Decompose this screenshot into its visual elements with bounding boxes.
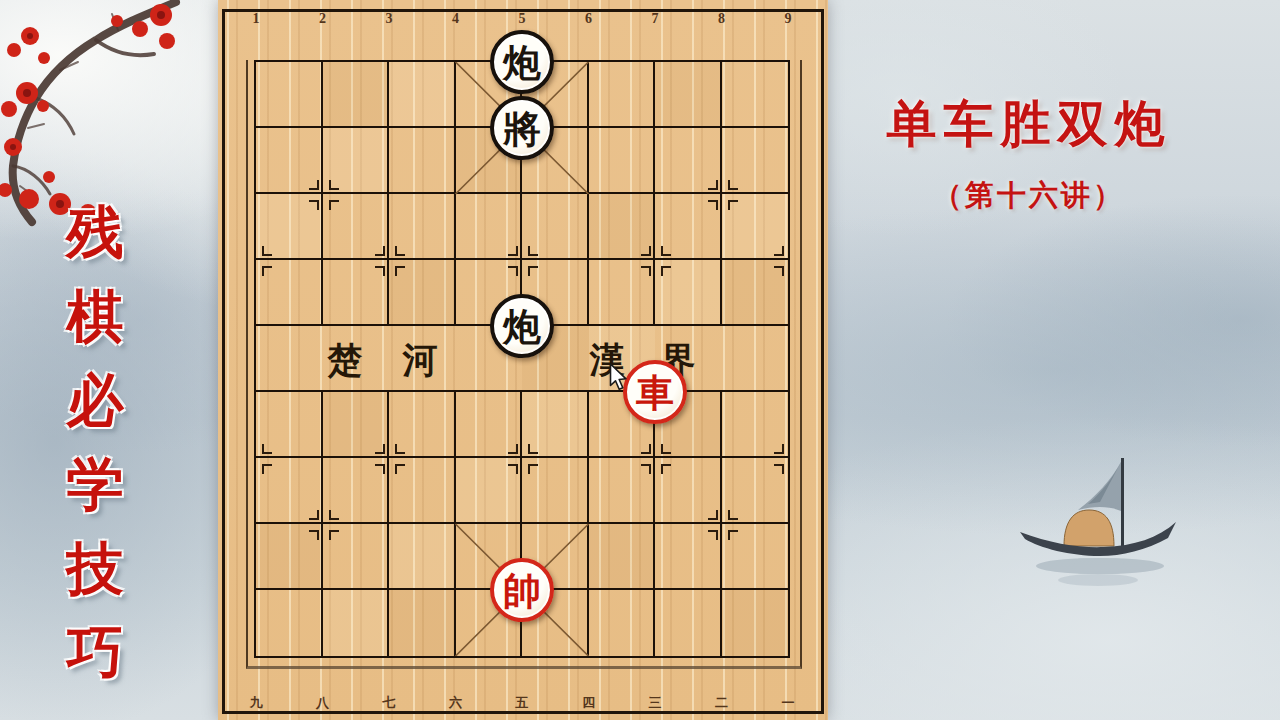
black-cannon[interactable]: 炮 [490,294,554,358]
point-marker [375,444,385,454]
series-title-char: 技 [64,540,126,597]
file-label-top: 6 [579,11,599,27]
point-marker [375,464,385,474]
point-marker [329,510,339,520]
point-marker [309,510,319,520]
xiangqi-board: 楚 河 漢 界 123456789九八七六五四三二一炮將炮車帥 [218,0,828,720]
point-marker [309,180,319,190]
river-label: 楚 [323,339,367,383]
series-title-vertical: 残 棋 必 学 技 巧 [64,204,126,681]
point-marker [708,510,718,520]
point-marker [774,266,784,276]
point-marker [262,246,272,256]
point-marker [641,444,651,454]
point-marker [528,246,538,256]
boat-art [1012,446,1184,610]
video-frame: 残 棋 必 学 技 巧 单车胜双炮 （第十六讲） 楚 河 漢 界 1234567… [0,0,1280,720]
point-marker [528,464,538,474]
point-marker [641,464,651,474]
file-label-bottom: 四 [579,694,599,712]
point-marker [395,266,405,276]
mouse-cursor-icon [609,363,629,392]
point-marker [508,444,518,454]
file-label-bottom: 一 [778,694,798,712]
black-cannon[interactable]: 炮 [490,30,554,94]
boat-canopy [1064,510,1114,546]
point-marker [661,464,671,474]
piece-character: 將 [503,110,541,148]
file-label-bottom: 六 [446,694,466,712]
point-marker [661,246,671,256]
point-marker [708,180,718,190]
series-title-char: 学 [64,456,126,513]
file-label-bottom: 五 [512,694,532,712]
point-marker [262,266,272,276]
point-marker [774,444,784,454]
point-marker [728,200,738,210]
piece-character: 炮 [503,44,541,82]
file-label-top: 9 [778,11,798,27]
river-label: 河 [398,339,442,383]
point-marker [728,180,738,190]
point-marker [728,510,738,520]
point-marker [708,530,718,540]
point-marker [395,444,405,454]
series-title-char: 巧 [64,624,126,681]
point-marker [375,266,385,276]
piece-character: 車 [636,374,674,412]
point-marker [641,246,651,256]
file-label-bottom: 二 [712,694,732,712]
series-title-char: 棋 [64,288,126,345]
point-marker [508,266,518,276]
point-marker [661,444,671,454]
point-marker [528,444,538,454]
point-marker [508,246,518,256]
boat-mast [1121,458,1124,548]
point-marker [375,246,385,256]
point-marker [309,200,319,210]
red-general[interactable]: 帥 [490,558,554,622]
point-marker [329,200,339,210]
point-marker [329,530,339,540]
black-general[interactable]: 將 [490,96,554,160]
file-label-bottom: 三 [645,694,665,712]
point-marker [708,200,718,210]
file-label-bottom: 九 [246,694,266,712]
file-label-top: 5 [512,11,532,27]
point-marker [528,266,538,276]
file-label-top: 2 [313,11,333,27]
file-label-top: 1 [246,11,266,27]
point-marker [329,180,339,190]
lesson-subtitle: （第十六讲） [853,176,1205,216]
point-marker [262,444,272,454]
piece-character: 帥 [503,572,541,610]
point-marker [774,246,784,256]
series-title-char: 必 [64,372,126,429]
boat-reflection [1036,558,1164,586]
point-marker [309,530,319,540]
point-marker [661,266,671,276]
file-label-bottom: 八 [313,694,333,712]
point-marker [395,246,405,256]
piece-character: 炮 [503,308,541,346]
point-marker [641,266,651,276]
red-chariot[interactable]: 車 [623,360,687,424]
file-label-bottom: 七 [379,694,399,712]
point-marker [774,464,784,474]
lesson-title-block: 单车胜双炮 （第十六讲） [853,96,1205,216]
file-label-top: 4 [446,11,466,27]
lesson-title: 单车胜双炮 [853,96,1205,152]
boat-sail [1078,460,1122,511]
series-title-char: 残 [64,204,126,261]
point-marker [508,464,518,474]
point-marker [395,464,405,474]
file-label-top: 3 [379,11,399,27]
point-marker [262,464,272,474]
point-marker [728,530,738,540]
file-label-top: 7 [645,11,665,27]
file-label-top: 8 [712,11,732,27]
